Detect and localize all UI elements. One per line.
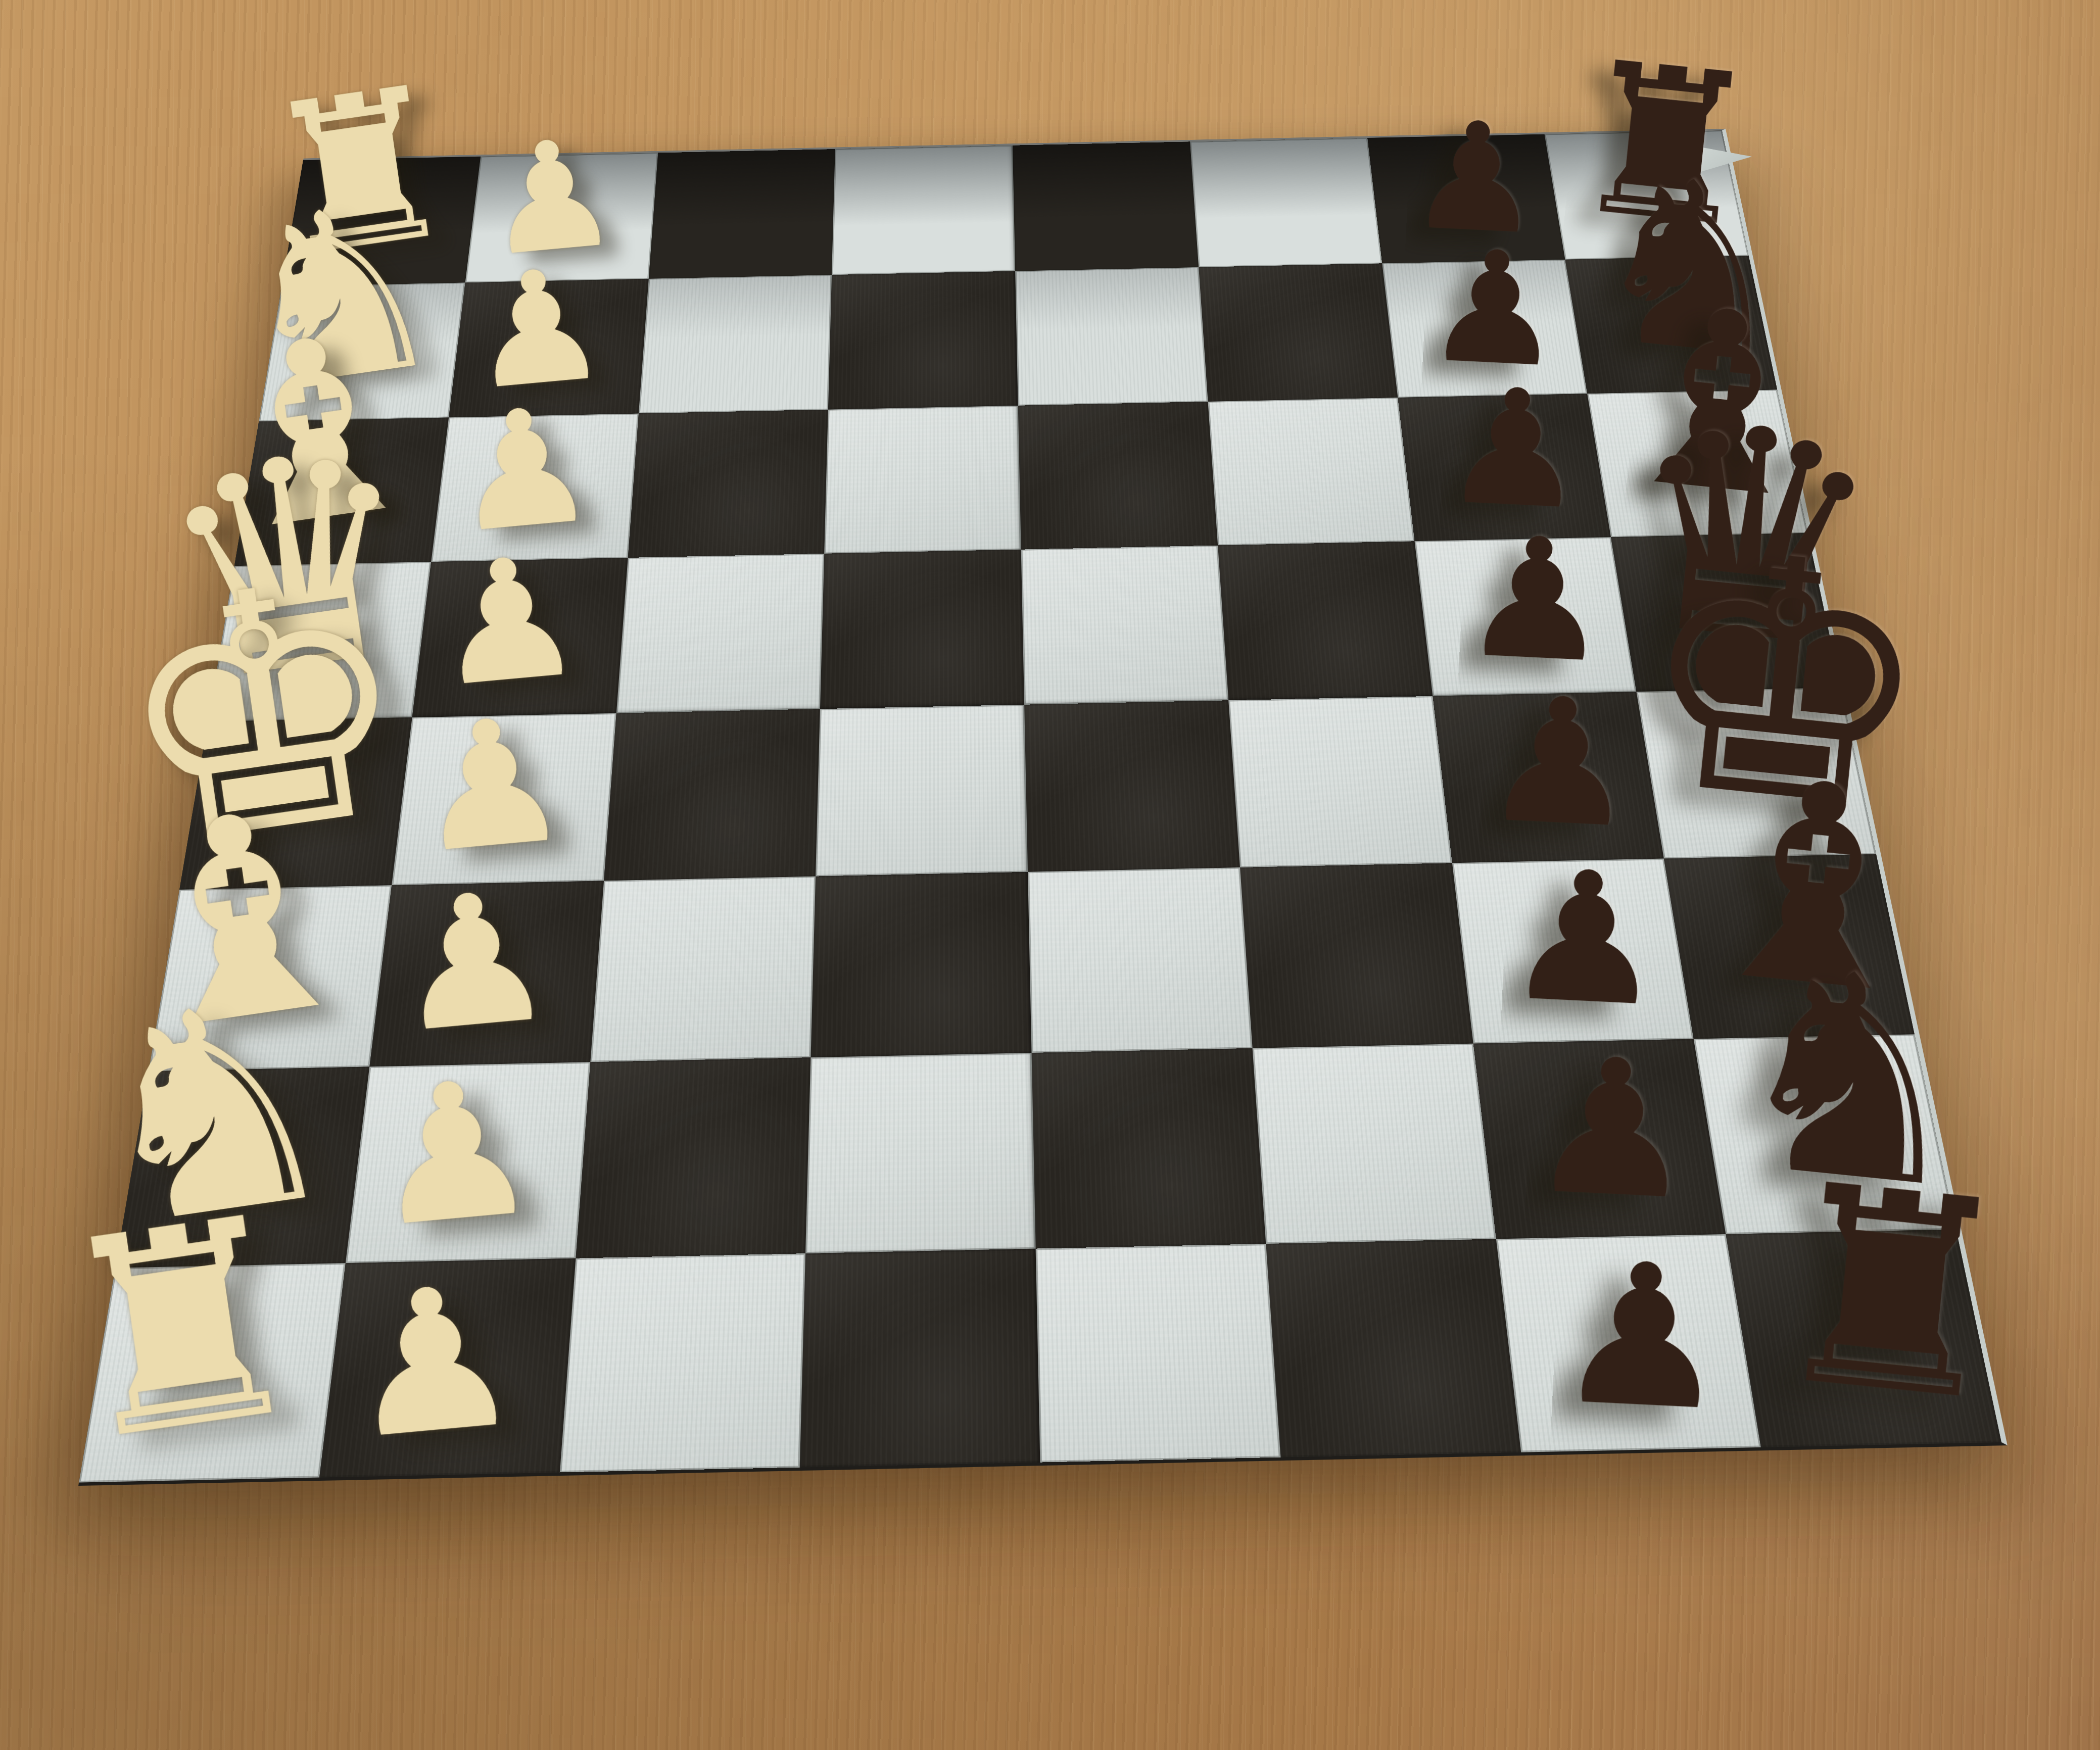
- square-e3[interactable]: [604, 709, 821, 881]
- square-f5[interactable]: [1028, 867, 1252, 1053]
- square-f2[interactable]: ♟: [369, 881, 604, 1066]
- photo-scene: ♜♟♟♜♞♟♟♞♝♟♟♝♛♟♟♛♚♟♟♚♝♟♟♝♞♟♟♞♜♟♟♜: [0, 0, 2100, 1750]
- square-a6[interactable]: [1190, 138, 1382, 267]
- white-pawn-f2[interactable]: ♟: [385, 864, 561, 1058]
- square-h6[interactable]: [1266, 1239, 1521, 1457]
- square-a4[interactable]: [832, 145, 1015, 275]
- white-pawn-h2[interactable]: ♟: [336, 1256, 528, 1467]
- square-g4[interactable]: [805, 1053, 1035, 1254]
- square-g2[interactable]: ♟: [346, 1062, 590, 1263]
- square-f3[interactable]: [590, 876, 816, 1061]
- square-b3[interactable]: [639, 275, 832, 413]
- chess-board: ♜♟♟♜♞♟♟♞♝♟♟♝♛♟♟♛♚♟♟♚♝♟♟♝♞♟♟♞♜♟♟♜: [78, 129, 2008, 1486]
- black-pawn-g7[interactable]: ♟: [1525, 1031, 1702, 1227]
- square-e6[interactable]: [1228, 696, 1452, 867]
- black-pawn-f7[interactable]: ♟: [1501, 845, 1671, 1032]
- square-b6[interactable]: [1199, 263, 1398, 401]
- white-pawn-e2[interactable]: ♟: [406, 692, 576, 878]
- square-g6[interactable]: [1252, 1043, 1496, 1244]
- square-h7[interactable]: ♟: [1496, 1234, 1761, 1452]
- square-a5[interactable]: [1013, 141, 1199, 271]
- black-rook-h8[interactable]: ♜: [1756, 1145, 2027, 1441]
- square-g7[interactable]: ♟: [1473, 1039, 1726, 1239]
- square-h1[interactable]: ♜: [79, 1263, 345, 1482]
- square-d4[interactable]: [820, 550, 1024, 709]
- black-pawn-e7[interactable]: ♟: [1479, 672, 1642, 853]
- board-perspective-wrap: ♜♟♟♜♞♟♟♞♝♟♟♝♛♟♟♛♚♟♟♚♝♟♟♝♞♟♟♞♜♟♟♜: [79, 129, 2000, 1479]
- square-c6[interactable]: [1208, 398, 1414, 546]
- square-h8[interactable]: ♜: [1726, 1230, 2001, 1447]
- square-h4[interactable]: [800, 1249, 1040, 1468]
- square-b5[interactable]: [1015, 267, 1208, 406]
- square-d5[interactable]: [1021, 546, 1228, 705]
- square-e4[interactable]: [816, 705, 1028, 877]
- square-c3[interactable]: [628, 409, 828, 558]
- square-e5[interactable]: [1024, 700, 1240, 871]
- square-g5[interactable]: [1032, 1048, 1266, 1248]
- square-a3[interactable]: [648, 149, 835, 278]
- square-c5[interactable]: [1018, 402, 1218, 550]
- white-pawn-g2[interactable]: ♟: [361, 1052, 546, 1254]
- square-f6[interactable]: [1240, 863, 1473, 1048]
- square-g3[interactable]: [576, 1057, 811, 1258]
- square-h5[interactable]: [1036, 1244, 1280, 1462]
- square-h2[interactable]: ♟: [319, 1258, 576, 1478]
- square-c4[interactable]: [824, 405, 1021, 554]
- black-pawn-h7[interactable]: ♟: [1551, 1235, 1736, 1439]
- square-d6[interactable]: [1218, 542, 1433, 701]
- square-f7[interactable]: ♟: [1452, 858, 1694, 1043]
- white-rook-h1[interactable]: ♜: [41, 1177, 322, 1482]
- square-f4[interactable]: [811, 872, 1032, 1057]
- square-d3[interactable]: [616, 554, 824, 713]
- square-b4[interactable]: [828, 271, 1018, 409]
- square-h3[interactable]: [559, 1253, 805, 1472]
